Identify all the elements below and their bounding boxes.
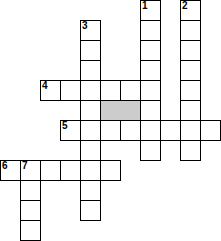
- clue-number: 3: [82, 21, 88, 31]
- cell[interactable]: [140, 120, 161, 141]
- cell[interactable]: [80, 180, 101, 201]
- cell[interactable]: 1: [140, 0, 161, 21]
- clue-number: 4: [42, 81, 48, 91]
- cell[interactable]: [80, 200, 101, 221]
- cell[interactable]: [20, 180, 41, 201]
- cell[interactable]: 7: [20, 160, 41, 181]
- cell[interactable]: [80, 80, 101, 101]
- clue-number: 6: [2, 161, 8, 171]
- cell[interactable]: [80, 100, 101, 121]
- cell[interactable]: [180, 80, 201, 101]
- cell[interactable]: 2: [180, 0, 201, 21]
- cell[interactable]: 5: [60, 120, 81, 141]
- clue-number: 2: [182, 1, 188, 11]
- cell[interactable]: 3: [80, 20, 101, 41]
- clue-number: 7: [22, 161, 28, 171]
- clue-number: 5: [62, 121, 68, 131]
- cell[interactable]: [140, 100, 161, 121]
- cell[interactable]: [140, 80, 161, 101]
- cell[interactable]: [20, 200, 41, 221]
- cell[interactable]: [180, 100, 201, 121]
- cell[interactable]: [120, 120, 141, 141]
- cell[interactable]: [160, 120, 181, 141]
- cell[interactable]: [80, 160, 101, 181]
- cell[interactable]: [80, 140, 101, 161]
- cell[interactable]: [60, 160, 81, 181]
- cell[interactable]: [80, 40, 101, 61]
- cell[interactable]: [80, 60, 101, 81]
- cell[interactable]: [120, 80, 141, 101]
- cell[interactable]: [100, 120, 121, 141]
- cell[interactable]: [20, 220, 41, 241]
- cell[interactable]: [180, 20, 201, 41]
- cell[interactable]: [60, 80, 81, 101]
- cell[interactable]: [80, 120, 101, 141]
- cell[interactable]: [180, 40, 201, 61]
- cell[interactable]: [100, 160, 121, 181]
- crossword-grid: 1234567: [0, 0, 221, 241]
- cell[interactable]: [140, 140, 161, 161]
- cell[interactable]: [100, 80, 121, 101]
- cell[interactable]: [180, 60, 201, 81]
- cell[interactable]: [180, 120, 201, 141]
- cell[interactable]: [180, 140, 201, 161]
- shaded-cell: [100, 100, 141, 121]
- cell[interactable]: 4: [40, 80, 61, 101]
- cell[interactable]: [140, 20, 161, 41]
- cell[interactable]: [140, 40, 161, 61]
- cell[interactable]: [140, 60, 161, 81]
- cell[interactable]: 6: [0, 160, 21, 181]
- cell[interactable]: [40, 160, 61, 181]
- cell[interactable]: [200, 120, 221, 141]
- clue-number: 1: [142, 1, 148, 11]
